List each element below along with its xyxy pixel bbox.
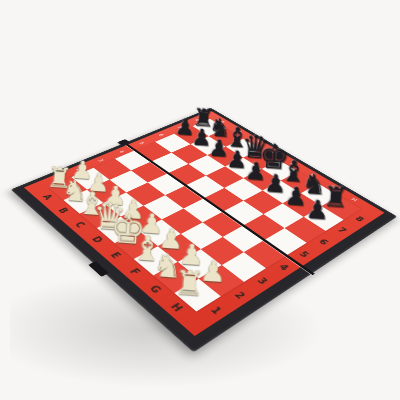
product-photo-scene: ♜♞♝♛♚♝♞♜♟♟♟♟♟♟♟♟♟♟♟♟♟♟♟♟♜♞♝♛♚♝♞♜ ABCDEFG… — [0, 0, 400, 400]
square-h6 — [285, 217, 326, 243]
rank-label-6: 6 — [311, 234, 336, 250]
clasp — [88, 261, 109, 277]
rank-label-8: 8 — [348, 212, 371, 226]
